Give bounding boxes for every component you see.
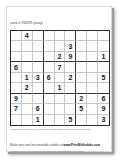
cell-r9c7	[76, 115, 87, 125]
cell-r1c3	[33, 31, 44, 41]
cell-r4c7	[76, 62, 87, 72]
cell-r6c3	[33, 83, 44, 93]
cell-r5c3: 3	[33, 73, 44, 83]
cell-r5c5	[55, 73, 66, 83]
cell-r9c5	[55, 115, 66, 125]
cell-r3c5: 2	[55, 52, 66, 62]
cell-r2c1	[11, 41, 22, 51]
cell-r1c1	[11, 31, 22, 41]
cell-r9c6: 5	[65, 115, 76, 125]
cell-r8c9: 9	[98, 104, 109, 114]
cell-r3c6: 9	[65, 52, 76, 62]
cell-r7c4	[44, 94, 55, 104]
footer-tagline: We have all the free sudokus you need! 4…	[10, 150, 85, 152]
cell-r2c8	[87, 41, 98, 51]
puzzle-title: carré n°700595 (easy)	[10, 21, 43, 24]
cell-r4c9	[98, 62, 109, 72]
scanned-sudoku-page: carré n°700595 (easy) 432916713625219267…	[0, 0, 120, 160]
cell-r2c5	[55, 41, 66, 51]
cell-r5c1	[11, 73, 22, 83]
cell-r2c7	[76, 41, 87, 51]
cell-r8c1: 7	[11, 104, 22, 114]
cell-r2c4	[44, 41, 55, 51]
cell-r2c9	[98, 41, 109, 51]
cell-r8c2	[22, 104, 33, 114]
cell-r4c1: 6	[11, 62, 22, 72]
cell-r8c6	[65, 104, 76, 114]
cell-r9c8	[87, 115, 98, 125]
cell-r1c7	[76, 31, 87, 41]
cell-r6c6	[65, 83, 76, 93]
cell-r8c7: 5	[76, 104, 87, 114]
cell-r1c6	[65, 31, 76, 41]
cell-r5c4: 6	[44, 73, 55, 83]
cell-r3c4	[44, 52, 55, 62]
cell-r9c1	[11, 115, 22, 125]
cell-r8c5	[55, 104, 66, 114]
cell-r6c4	[44, 83, 55, 93]
cell-r8c3: 6	[33, 104, 44, 114]
cell-r9c4	[44, 115, 55, 125]
cell-r3c2	[22, 52, 33, 62]
cell-r3c8	[87, 52, 98, 62]
cell-r8c4	[44, 104, 55, 114]
cell-r4c5: 7	[55, 62, 66, 72]
paper-sheet: carré n°700595 (easy) 432916713625219267…	[6, 6, 112, 152]
footer-site-url: www.PrintMySudoku.com	[63, 143, 100, 146]
cell-r4c2	[22, 62, 33, 72]
cell-r6c7	[76, 83, 87, 93]
cell-r8c8	[87, 104, 98, 114]
cell-r1c9	[98, 31, 109, 41]
footer-credit-line: Make your own free printable sudoku at w…	[10, 143, 100, 146]
cell-r9c2	[22, 115, 33, 125]
cell-r1c8	[87, 31, 98, 41]
cell-r1c4	[44, 31, 55, 41]
footer-credit-text: Make your own free printable sudoku at	[10, 143, 63, 146]
cell-r6c9	[98, 83, 109, 93]
cell-r4c3	[33, 62, 44, 72]
cell-r5c6: 2	[65, 73, 76, 83]
cell-r5c9: 5	[98, 73, 109, 83]
cell-r3c3	[33, 52, 44, 62]
cell-r3c9: 1	[98, 52, 109, 62]
cell-r5c2: 1	[22, 73, 33, 83]
cell-r3c1	[11, 52, 22, 62]
cell-r6c5: 1	[55, 83, 66, 93]
cell-r7c6	[65, 94, 76, 104]
cell-r1c2: 4	[22, 31, 33, 41]
cell-r5c8	[87, 73, 98, 83]
rules-note: A number may not appear twice in the sam…	[10, 129, 90, 131]
cell-r9c9: 3	[98, 115, 109, 125]
cell-r2c3	[33, 41, 44, 51]
cell-r6c8	[87, 83, 98, 93]
cell-r4c8	[87, 62, 98, 72]
cell-r4c6	[65, 62, 76, 72]
sudoku-grid: 432916713625219267659153	[10, 30, 110, 126]
cell-r1c5	[55, 31, 66, 41]
cell-r4c4	[44, 62, 55, 72]
cell-r7c8	[87, 94, 98, 104]
cell-r6c2: 2	[22, 83, 33, 93]
cell-r7c3	[33, 94, 44, 104]
cell-r9c3: 1	[33, 115, 44, 125]
cell-r7c1: 9	[11, 94, 22, 104]
cell-r7c5	[55, 94, 66, 104]
cell-r7c2	[22, 94, 33, 104]
cell-r2c2	[22, 41, 33, 51]
cell-r2c6: 3	[65, 41, 76, 51]
cell-r5c7	[76, 73, 87, 83]
cell-r3c7	[76, 52, 87, 62]
cell-r7c9: 6	[98, 94, 109, 104]
cell-r6c1	[11, 83, 22, 93]
cell-r7c7: 2	[76, 94, 87, 104]
